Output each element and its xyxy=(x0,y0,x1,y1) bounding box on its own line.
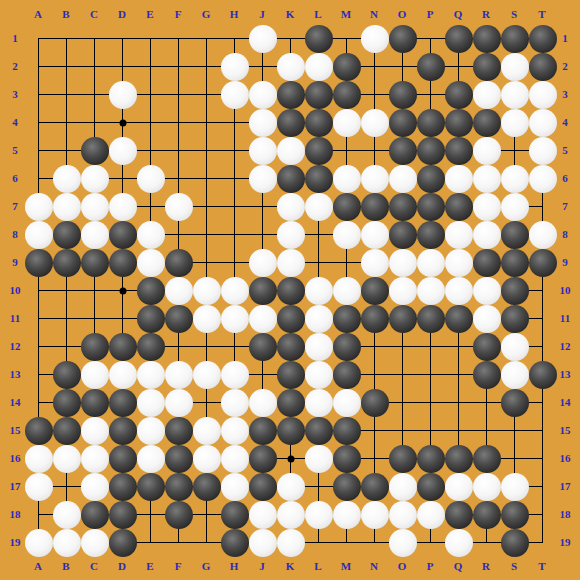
stone-white-H3 xyxy=(221,81,249,109)
column-label-bottom-P: P xyxy=(427,561,434,572)
stone-white-Q6 xyxy=(445,165,473,193)
stone-white-F10 xyxy=(165,277,193,305)
stone-white-N6 xyxy=(361,165,389,193)
stone-white-E13 xyxy=(137,361,165,389)
stone-white-P9 xyxy=(417,249,445,277)
stone-black-S9 xyxy=(501,249,529,277)
stone-white-K8 xyxy=(277,221,305,249)
column-label-top-O: O xyxy=(398,9,407,20)
stone-white-B19 xyxy=(53,529,81,557)
stone-black-L4 xyxy=(305,109,333,137)
row-label-left-8: 8 xyxy=(12,229,18,240)
stone-black-N7 xyxy=(361,193,389,221)
stone-white-A7 xyxy=(25,193,53,221)
stone-black-A9 xyxy=(25,249,53,277)
stone-white-B6 xyxy=(53,165,81,193)
row-label-left-5: 5 xyxy=(12,145,18,156)
stone-white-A8 xyxy=(25,221,53,249)
stone-black-J12 xyxy=(249,333,277,361)
stone-black-F15 xyxy=(165,417,193,445)
stone-black-M2 xyxy=(333,53,361,81)
stone-white-M4 xyxy=(333,109,361,137)
stone-white-R6 xyxy=(473,165,501,193)
row-label-right-14: 14 xyxy=(560,397,571,408)
stone-white-J11 xyxy=(249,305,277,333)
row-label-left-12: 12 xyxy=(10,341,21,352)
stone-white-A19 xyxy=(25,529,53,557)
stone-black-R2 xyxy=(473,53,501,81)
stone-black-O7 xyxy=(389,193,417,221)
stone-white-J6 xyxy=(249,165,277,193)
stone-black-N11 xyxy=(361,305,389,333)
row-label-left-6: 6 xyxy=(12,173,18,184)
stone-black-M7 xyxy=(333,193,361,221)
stone-white-J19 xyxy=(249,529,277,557)
stone-black-P16 xyxy=(417,445,445,473)
stone-white-J14 xyxy=(249,389,277,417)
stone-white-M6 xyxy=(333,165,361,193)
stone-black-M16 xyxy=(333,445,361,473)
row-label-right-17: 17 xyxy=(560,481,571,492)
stone-black-O4 xyxy=(389,109,417,137)
stone-white-J5 xyxy=(249,137,277,165)
stone-white-H13 xyxy=(221,361,249,389)
stone-black-S1 xyxy=(501,25,529,53)
stone-white-K19 xyxy=(277,529,305,557)
stone-black-Q3 xyxy=(445,81,473,109)
stone-white-H15 xyxy=(221,417,249,445)
column-label-bottom-T: T xyxy=(538,561,545,572)
stone-white-L10 xyxy=(305,277,333,305)
stone-white-G16 xyxy=(193,445,221,473)
row-label-left-7: 7 xyxy=(12,201,18,212)
stone-white-T5 xyxy=(529,137,557,165)
stone-white-G10 xyxy=(193,277,221,305)
stone-black-D14 xyxy=(109,389,137,417)
stone-black-F17 xyxy=(165,473,193,501)
stone-white-M18 xyxy=(333,501,361,529)
stone-black-K13 xyxy=(277,361,305,389)
stone-black-K15 xyxy=(277,417,305,445)
column-label-bottom-D: D xyxy=(118,561,126,572)
stone-black-P4 xyxy=(417,109,445,137)
stone-white-R10 xyxy=(473,277,501,305)
stone-white-N8 xyxy=(361,221,389,249)
stone-white-T6 xyxy=(529,165,557,193)
star-point-K16 xyxy=(287,455,294,462)
stone-black-B9 xyxy=(53,249,81,277)
stone-white-N4 xyxy=(361,109,389,137)
column-label-top-B: B xyxy=(62,9,69,20)
column-label-bottom-N: N xyxy=(370,561,378,572)
stone-black-F18 xyxy=(165,501,193,529)
stone-white-S7 xyxy=(501,193,529,221)
stone-black-B14 xyxy=(53,389,81,417)
column-label-top-J: J xyxy=(259,9,265,20)
stone-black-Q11 xyxy=(445,305,473,333)
stone-black-D8 xyxy=(109,221,137,249)
column-label-top-Q: Q xyxy=(454,9,463,20)
stone-white-R8 xyxy=(473,221,501,249)
stone-black-M11 xyxy=(333,305,361,333)
stone-black-M3 xyxy=(333,81,361,109)
stone-white-J9 xyxy=(249,249,277,277)
stone-white-R17 xyxy=(473,473,501,501)
stone-black-P17 xyxy=(417,473,445,501)
column-label-top-C: C xyxy=(90,9,98,20)
stone-white-F14 xyxy=(165,389,193,417)
row-label-left-14: 14 xyxy=(10,397,21,408)
row-label-right-4: 4 xyxy=(562,117,568,128)
row-label-left-16: 16 xyxy=(10,453,21,464)
stone-black-O1 xyxy=(389,25,417,53)
stone-black-J10 xyxy=(249,277,277,305)
stone-white-C15 xyxy=(81,417,109,445)
row-label-left-15: 15 xyxy=(10,425,21,436)
column-label-bottom-B: B xyxy=(62,561,69,572)
stone-white-N1 xyxy=(361,25,389,53)
row-label-left-1: 1 xyxy=(12,33,18,44)
stone-white-O18 xyxy=(389,501,417,529)
column-label-bottom-K: K xyxy=(286,561,295,572)
stone-white-N18 xyxy=(361,501,389,529)
row-label-right-6: 6 xyxy=(562,173,568,184)
stone-white-R11 xyxy=(473,305,501,333)
stone-white-K18 xyxy=(277,501,305,529)
stone-white-B16 xyxy=(53,445,81,473)
stone-black-H19 xyxy=(221,529,249,557)
column-label-top-K: K xyxy=(286,9,295,20)
row-label-left-10: 10 xyxy=(10,285,21,296)
stone-black-Q5 xyxy=(445,137,473,165)
row-label-right-8: 8 xyxy=(562,229,568,240)
stone-black-D19 xyxy=(109,529,137,557)
stone-white-E16 xyxy=(137,445,165,473)
row-label-left-4: 4 xyxy=(12,117,18,128)
stone-black-M13 xyxy=(333,361,361,389)
column-label-top-E: E xyxy=(146,9,153,20)
stone-black-K12 xyxy=(277,333,305,361)
stone-black-L6 xyxy=(305,165,333,193)
stone-black-O3 xyxy=(389,81,417,109)
stone-black-S14 xyxy=(501,389,529,417)
stone-black-T2 xyxy=(529,53,557,81)
stone-white-T4 xyxy=(529,109,557,137)
stone-black-O5 xyxy=(389,137,417,165)
stone-white-M10 xyxy=(333,277,361,305)
column-label-bottom-O: O xyxy=(398,561,407,572)
stone-black-O8 xyxy=(389,221,417,249)
column-label-top-L: L xyxy=(314,9,321,20)
stone-white-T8 xyxy=(529,221,557,249)
stone-black-F9 xyxy=(165,249,193,277)
column-label-bottom-R: R xyxy=(482,561,490,572)
stone-white-K17 xyxy=(277,473,305,501)
stone-white-E6 xyxy=(137,165,165,193)
row-label-right-16: 16 xyxy=(560,453,571,464)
row-label-left-11: 11 xyxy=(10,313,20,324)
stone-white-K7 xyxy=(277,193,305,221)
stone-white-F7 xyxy=(165,193,193,221)
stone-white-M8 xyxy=(333,221,361,249)
stone-white-H16 xyxy=(221,445,249,473)
row-label-right-15: 15 xyxy=(560,425,571,436)
stone-black-S8 xyxy=(501,221,529,249)
stone-white-O6 xyxy=(389,165,417,193)
column-label-top-D: D xyxy=(118,9,126,20)
stone-white-Q17 xyxy=(445,473,473,501)
column-label-top-G: G xyxy=(202,9,211,20)
stone-white-R3 xyxy=(473,81,501,109)
column-label-top-S: S xyxy=(511,9,517,20)
stone-black-J16 xyxy=(249,445,277,473)
stone-black-R1 xyxy=(473,25,501,53)
stone-black-D16 xyxy=(109,445,137,473)
row-label-right-13: 13 xyxy=(560,369,571,380)
stone-white-S17 xyxy=(501,473,529,501)
stone-white-S12 xyxy=(501,333,529,361)
stone-white-Q19 xyxy=(445,529,473,557)
column-label-bottom-Q: Q xyxy=(454,561,463,572)
stone-white-B18 xyxy=(53,501,81,529)
stone-black-K3 xyxy=(277,81,305,109)
star-point-D10 xyxy=(119,287,126,294)
column-label-top-M: M xyxy=(341,9,351,20)
stone-white-E15 xyxy=(137,417,165,445)
stone-black-N17 xyxy=(361,473,389,501)
stone-black-R9 xyxy=(473,249,501,277)
stone-white-N9 xyxy=(361,249,389,277)
stone-black-J17 xyxy=(249,473,277,501)
stone-white-S2 xyxy=(501,53,529,81)
column-label-bottom-E: E xyxy=(146,561,153,572)
stone-white-J4 xyxy=(249,109,277,137)
stone-black-N10 xyxy=(361,277,389,305)
stone-black-S19 xyxy=(501,529,529,557)
stone-white-R5 xyxy=(473,137,501,165)
stone-white-A17 xyxy=(25,473,53,501)
column-label-bottom-F: F xyxy=(175,561,182,572)
stone-black-L1 xyxy=(305,25,333,53)
row-label-right-18: 18 xyxy=(560,509,571,520)
row-label-right-11: 11 xyxy=(560,313,570,324)
stone-white-H14 xyxy=(221,389,249,417)
stone-white-O9 xyxy=(389,249,417,277)
stone-black-S18 xyxy=(501,501,529,529)
stone-black-K10 xyxy=(277,277,305,305)
row-label-right-12: 12 xyxy=(560,341,571,352)
row-label-left-2: 2 xyxy=(12,61,18,72)
stone-black-Q7 xyxy=(445,193,473,221)
stone-black-F16 xyxy=(165,445,193,473)
stone-black-M15 xyxy=(333,417,361,445)
stone-black-M17 xyxy=(333,473,361,501)
stone-black-E11 xyxy=(137,305,165,333)
row-label-right-5: 5 xyxy=(562,145,568,156)
stone-white-C7 xyxy=(81,193,109,221)
stone-black-P11 xyxy=(417,305,445,333)
stone-white-D3 xyxy=(109,81,137,109)
stone-white-Q9 xyxy=(445,249,473,277)
stone-white-Q10 xyxy=(445,277,473,305)
stone-white-O17 xyxy=(389,473,417,501)
star-point-D4 xyxy=(119,119,126,126)
column-label-bottom-A: A xyxy=(34,561,42,572)
stone-white-M14 xyxy=(333,389,361,417)
stone-white-G13 xyxy=(193,361,221,389)
stone-black-D15 xyxy=(109,417,137,445)
stone-black-O11 xyxy=(389,305,417,333)
stone-white-C17 xyxy=(81,473,109,501)
row-label-right-9: 9 xyxy=(562,257,568,268)
stone-white-Q8 xyxy=(445,221,473,249)
row-label-left-3: 3 xyxy=(12,89,18,100)
row-label-right-7: 7 xyxy=(562,201,568,212)
stone-black-T13 xyxy=(529,361,557,389)
stone-white-S13 xyxy=(501,361,529,389)
stone-white-J3 xyxy=(249,81,277,109)
stone-black-C14 xyxy=(81,389,109,417)
stone-black-L15 xyxy=(305,417,333,445)
stone-black-D9 xyxy=(109,249,137,277)
stone-white-P10 xyxy=(417,277,445,305)
stone-black-R13 xyxy=(473,361,501,389)
stone-black-P8 xyxy=(417,221,445,249)
stone-white-L18 xyxy=(305,501,333,529)
stone-white-S4 xyxy=(501,109,529,137)
stone-black-E12 xyxy=(137,333,165,361)
stone-white-G11 xyxy=(193,305,221,333)
stone-black-K6 xyxy=(277,165,305,193)
stone-white-C19 xyxy=(81,529,109,557)
column-label-top-H: H xyxy=(230,9,239,20)
column-label-bottom-H: H xyxy=(230,561,239,572)
stone-black-C12 xyxy=(81,333,109,361)
column-label-bottom-L: L xyxy=(314,561,321,572)
stone-black-C18 xyxy=(81,501,109,529)
go-board-screen: AABBCCDDEEFFGGHHJJKKLLMMNNOOPPQQRRSSTT11… xyxy=(0,0,580,580)
stone-white-L7 xyxy=(305,193,333,221)
stone-black-Q1 xyxy=(445,25,473,53)
stone-black-B8 xyxy=(53,221,81,249)
stone-black-R4 xyxy=(473,109,501,137)
column-label-bottom-J: J xyxy=(259,561,265,572)
stone-black-C5 xyxy=(81,137,109,165)
stone-white-A16 xyxy=(25,445,53,473)
row-label-right-1: 1 xyxy=(562,33,568,44)
stone-white-G15 xyxy=(193,417,221,445)
stone-black-D12 xyxy=(109,333,137,361)
row-label-right-19: 19 xyxy=(560,537,571,548)
stone-white-H2 xyxy=(221,53,249,81)
stone-black-Q18 xyxy=(445,501,473,529)
stone-white-O10 xyxy=(389,277,417,305)
stone-black-B15 xyxy=(53,417,81,445)
stone-white-R7 xyxy=(473,193,501,221)
stone-black-C9 xyxy=(81,249,109,277)
stone-black-R16 xyxy=(473,445,501,473)
stone-white-C6 xyxy=(81,165,109,193)
stone-white-L13 xyxy=(305,361,333,389)
column-label-bottom-C: C xyxy=(90,561,98,572)
column-label-top-A: A xyxy=(34,9,42,20)
stone-white-S3 xyxy=(501,81,529,109)
stone-black-P7 xyxy=(417,193,445,221)
column-label-top-N: N xyxy=(370,9,378,20)
stone-white-H10 xyxy=(221,277,249,305)
stone-white-C13 xyxy=(81,361,109,389)
row-label-left-17: 17 xyxy=(10,481,21,492)
stone-white-J18 xyxy=(249,501,277,529)
stone-black-P2 xyxy=(417,53,445,81)
column-label-top-P: P xyxy=(427,9,434,20)
row-label-right-10: 10 xyxy=(560,285,571,296)
stone-black-K4 xyxy=(277,109,305,137)
stone-black-S11 xyxy=(501,305,529,333)
stone-white-L2 xyxy=(305,53,333,81)
stone-black-E10 xyxy=(137,277,165,305)
stone-black-D17 xyxy=(109,473,137,501)
row-label-right-2: 2 xyxy=(562,61,568,72)
stone-white-E9 xyxy=(137,249,165,277)
stone-white-S6 xyxy=(501,165,529,193)
stone-white-B7 xyxy=(53,193,81,221)
stone-white-E8 xyxy=(137,221,165,249)
stone-black-P5 xyxy=(417,137,445,165)
stone-black-H18 xyxy=(221,501,249,529)
row-label-left-13: 13 xyxy=(10,369,21,380)
stone-black-R12 xyxy=(473,333,501,361)
stone-black-J15 xyxy=(249,417,277,445)
column-label-top-R: R xyxy=(482,9,490,20)
stone-white-L11 xyxy=(305,305,333,333)
stone-black-A15 xyxy=(25,417,53,445)
stone-white-D5 xyxy=(109,137,137,165)
column-label-top-T: T xyxy=(538,9,545,20)
row-label-left-18: 18 xyxy=(10,509,21,520)
stone-white-O19 xyxy=(389,529,417,557)
stone-black-Q4 xyxy=(445,109,473,137)
stone-black-K14 xyxy=(277,389,305,417)
stone-white-J1 xyxy=(249,25,277,53)
stone-black-T9 xyxy=(529,249,557,277)
row-label-right-3: 3 xyxy=(562,89,568,100)
column-label-bottom-S: S xyxy=(511,561,517,572)
stone-black-S10 xyxy=(501,277,529,305)
stone-white-H17 xyxy=(221,473,249,501)
column-label-top-F: F xyxy=(175,9,182,20)
stone-black-Q16 xyxy=(445,445,473,473)
stone-black-L5 xyxy=(305,137,333,165)
stone-black-P6 xyxy=(417,165,445,193)
stone-white-C8 xyxy=(81,221,109,249)
stone-white-D7 xyxy=(109,193,137,221)
row-label-left-9: 9 xyxy=(12,257,18,268)
stone-black-B13 xyxy=(53,361,81,389)
stone-black-M12 xyxy=(333,333,361,361)
stone-white-K2 xyxy=(277,53,305,81)
stone-black-N14 xyxy=(361,389,389,417)
stone-white-F13 xyxy=(165,361,193,389)
stone-white-P18 xyxy=(417,501,445,529)
stone-black-F11 xyxy=(165,305,193,333)
stone-black-K11 xyxy=(277,305,305,333)
column-label-bottom-M: M xyxy=(341,561,351,572)
board[interactable]: AABBCCDDEEFFGGHHJJKKLLMMNNOOPPQQRRSSTT11… xyxy=(0,0,580,580)
stone-white-K9 xyxy=(277,249,305,277)
stone-white-T3 xyxy=(529,81,557,109)
stone-black-G17 xyxy=(193,473,221,501)
